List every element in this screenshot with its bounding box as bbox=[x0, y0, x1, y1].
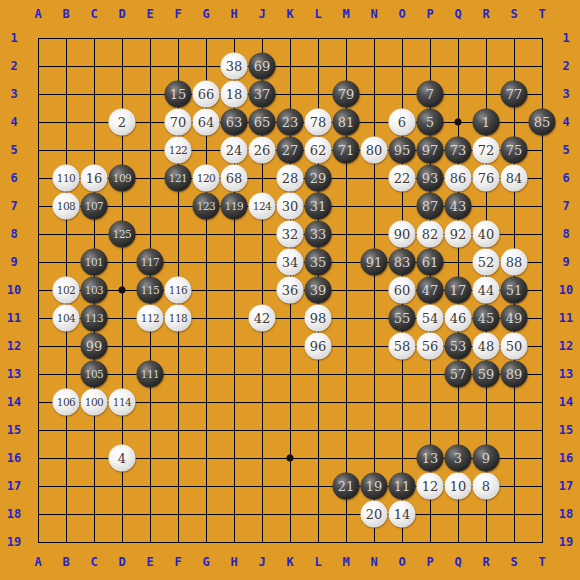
stone-black-19[interactable]: 19 bbox=[361, 473, 388, 500]
row-label-left-15: 15 bbox=[7, 424, 21, 436]
stone-white-4[interactable]: 4 bbox=[109, 445, 136, 472]
row-label-right-8: 8 bbox=[562, 228, 569, 240]
stone-number: 32 bbox=[282, 228, 299, 241]
col-label-top-t: T bbox=[538, 8, 545, 20]
stone-number: 79 bbox=[338, 88, 355, 101]
stone-black-65[interactable]: 65 bbox=[249, 109, 276, 136]
stone-white-80[interactable]: 80 bbox=[361, 137, 388, 164]
stone-number: 97 bbox=[422, 144, 439, 157]
stone-number: 26 bbox=[254, 144, 271, 157]
stone-white-92[interactable]: 92 bbox=[445, 221, 472, 248]
stone-black-91[interactable]: 91 bbox=[361, 249, 388, 276]
stone-number: 46 bbox=[450, 312, 467, 325]
stone-number: 45 bbox=[478, 312, 495, 325]
stone-black-39[interactable]: 39 bbox=[305, 277, 332, 304]
stone-number: 108 bbox=[57, 201, 76, 212]
stone-white-56[interactable]: 56 bbox=[417, 333, 444, 360]
stone-number: 39 bbox=[310, 284, 327, 297]
col-label-top-m: M bbox=[342, 8, 349, 20]
stone-number: 6 bbox=[398, 116, 406, 129]
stone-white-66[interactable]: 66 bbox=[193, 81, 220, 108]
stone-number: 105 bbox=[85, 369, 104, 380]
stone-white-78[interactable]: 78 bbox=[305, 109, 332, 136]
stone-number: 64 bbox=[198, 116, 215, 129]
stone-number: 78 bbox=[310, 116, 327, 129]
stone-white-2[interactable]: 2 bbox=[109, 109, 136, 136]
stone-number: 7 bbox=[426, 88, 434, 101]
col-label-top-b: B bbox=[62, 8, 69, 20]
stone-white-62[interactable]: 62 bbox=[305, 137, 332, 164]
stone-white-16[interactable]: 16 bbox=[81, 165, 108, 192]
stone-black-95[interactable]: 95 bbox=[389, 137, 416, 164]
stone-number: 99 bbox=[86, 340, 103, 353]
stone-number: 52 bbox=[478, 256, 495, 269]
stone-white-104[interactable]: 104 bbox=[53, 305, 80, 332]
stone-white-82[interactable]: 82 bbox=[417, 221, 444, 248]
col-label-bottom-h: H bbox=[230, 556, 237, 568]
stone-number: 2 bbox=[118, 116, 126, 129]
row-label-right-5: 5 bbox=[562, 144, 569, 156]
stone-black-43[interactable]: 43 bbox=[445, 193, 472, 220]
stone-white-36[interactable]: 36 bbox=[277, 277, 304, 304]
stone-number: 27 bbox=[282, 144, 299, 157]
stone-number: 121 bbox=[169, 173, 188, 184]
stone-white-108[interactable]: 108 bbox=[53, 193, 80, 220]
row-label-left-12: 12 bbox=[7, 340, 21, 352]
col-label-top-g: G bbox=[202, 8, 209, 20]
stone-black-23[interactable]: 23 bbox=[277, 109, 304, 136]
stone-number: 107 bbox=[85, 201, 104, 212]
stone-number: 119 bbox=[225, 201, 244, 212]
col-label-top-p: P bbox=[426, 8, 433, 20]
stone-number: 114 bbox=[113, 397, 132, 408]
stone-number: 5 bbox=[426, 116, 434, 129]
row-label-left-8: 8 bbox=[10, 228, 17, 240]
stone-white-64[interactable]: 64 bbox=[193, 109, 220, 136]
stone-number: 8 bbox=[482, 480, 490, 493]
stone-black-107[interactable]: 107 bbox=[81, 193, 108, 220]
stone-black-103[interactable]: 103 bbox=[81, 277, 108, 304]
stone-black-7[interactable]: 7 bbox=[417, 81, 444, 108]
stone-number: 92 bbox=[450, 228, 467, 241]
stone-number: 40 bbox=[478, 228, 495, 241]
stone-black-11[interactable]: 11 bbox=[389, 473, 416, 500]
stone-black-29[interactable]: 29 bbox=[305, 165, 332, 192]
stone-number: 10 bbox=[450, 480, 467, 493]
stone-number: 103 bbox=[85, 285, 104, 296]
col-label-top-e: E bbox=[146, 8, 153, 20]
stone-black-89[interactable]: 89 bbox=[501, 361, 528, 388]
stone-black-115[interactable]: 115 bbox=[137, 277, 164, 304]
row-label-right-3: 3 bbox=[562, 88, 569, 100]
stone-number: 33 bbox=[310, 228, 327, 241]
col-label-bottom-c: C bbox=[90, 556, 97, 568]
stone-white-122[interactable]: 122 bbox=[165, 137, 192, 164]
stone-number: 42 bbox=[254, 312, 271, 325]
stone-black-111[interactable]: 111 bbox=[137, 361, 164, 388]
stone-black-77[interactable]: 77 bbox=[501, 81, 528, 108]
stone-number: 51 bbox=[506, 284, 523, 297]
stone-number: 37 bbox=[254, 88, 271, 101]
stone-white-60[interactable]: 60 bbox=[389, 277, 416, 304]
col-label-bottom-g: G bbox=[202, 556, 209, 568]
stone-white-18[interactable]: 18 bbox=[221, 81, 248, 108]
stone-white-76[interactable]: 76 bbox=[473, 165, 500, 192]
stone-number: 100 bbox=[85, 397, 104, 408]
stone-black-101[interactable]: 101 bbox=[81, 249, 108, 276]
col-label-bottom-b: B bbox=[62, 556, 69, 568]
stone-white-58[interactable]: 58 bbox=[389, 333, 416, 360]
col-label-bottom-q: Q bbox=[454, 556, 461, 568]
stone-number: 93 bbox=[422, 172, 439, 185]
col-label-top-a: A bbox=[34, 8, 41, 20]
row-label-left-2: 2 bbox=[10, 60, 17, 72]
stone-black-75[interactable]: 75 bbox=[501, 137, 528, 164]
row-label-right-12: 12 bbox=[559, 340, 573, 352]
stone-number: 17 bbox=[450, 284, 467, 297]
stone-number: 60 bbox=[394, 284, 411, 297]
stone-black-87[interactable]: 87 bbox=[417, 193, 444, 220]
col-label-top-h: H bbox=[230, 8, 237, 20]
row-label-left-3: 3 bbox=[10, 88, 17, 100]
stone-number: 90 bbox=[394, 228, 411, 241]
stone-white-106[interactable]: 106 bbox=[53, 389, 80, 416]
stone-number: 116 bbox=[169, 285, 188, 296]
row-label-right-7: 7 bbox=[562, 200, 569, 212]
stone-white-116[interactable]: 116 bbox=[165, 277, 192, 304]
stone-black-13[interactable]: 13 bbox=[417, 445, 444, 472]
stone-black-81[interactable]: 81 bbox=[333, 109, 360, 136]
stone-number: 111 bbox=[141, 369, 160, 380]
row-label-right-13: 13 bbox=[559, 368, 573, 380]
stone-black-9[interactable]: 9 bbox=[473, 445, 500, 472]
col-label-top-d: D bbox=[118, 8, 125, 20]
stone-black-119[interactable]: 119 bbox=[221, 193, 248, 220]
stone-number: 12 bbox=[422, 480, 439, 493]
stone-number: 36 bbox=[282, 284, 299, 297]
stone-white-48[interactable]: 48 bbox=[473, 333, 500, 360]
stone-number: 21 bbox=[338, 480, 355, 493]
stone-black-125[interactable]: 125 bbox=[109, 221, 136, 248]
stone-white-34[interactable]: 34 bbox=[277, 249, 304, 276]
stone-number: 34 bbox=[282, 256, 299, 269]
row-label-right-11: 11 bbox=[559, 312, 573, 324]
stone-black-49[interactable]: 49 bbox=[501, 305, 528, 332]
col-label-bottom-f: F bbox=[174, 556, 181, 568]
stone-white-124[interactable]: 124 bbox=[249, 193, 276, 220]
stone-number: 112 bbox=[141, 313, 160, 324]
stone-black-85[interactable]: 85 bbox=[529, 109, 556, 136]
stone-black-73[interactable]: 73 bbox=[445, 137, 472, 164]
stone-black-109[interactable]: 109 bbox=[109, 165, 136, 192]
stone-number: 62 bbox=[310, 144, 327, 157]
stone-number: 82 bbox=[422, 228, 439, 241]
stone-number: 77 bbox=[506, 88, 523, 101]
stone-white-114[interactable]: 114 bbox=[109, 389, 136, 416]
stone-number: 75 bbox=[506, 144, 523, 157]
stone-number: 14 bbox=[394, 508, 411, 521]
stone-black-61[interactable]: 61 bbox=[417, 249, 444, 276]
stone-white-14[interactable]: 14 bbox=[389, 501, 416, 528]
stone-number: 96 bbox=[310, 340, 327, 353]
row-label-right-4: 4 bbox=[562, 116, 569, 128]
row-label-left-6: 6 bbox=[10, 172, 17, 184]
stone-white-112[interactable]: 112 bbox=[137, 305, 164, 332]
col-label-bottom-m: M bbox=[342, 556, 349, 568]
row-label-right-9: 9 bbox=[562, 256, 569, 268]
stone-black-15[interactable]: 15 bbox=[165, 81, 192, 108]
stone-number: 35 bbox=[310, 256, 327, 269]
stone-number: 29 bbox=[310, 172, 327, 185]
col-label-bottom-n: N bbox=[370, 556, 377, 568]
stone-number: 68 bbox=[226, 172, 243, 185]
star-point-k16 bbox=[287, 455, 294, 462]
stone-number: 91 bbox=[366, 256, 383, 269]
stone-number: 11 bbox=[394, 480, 411, 493]
stone-white-72[interactable]: 72 bbox=[473, 137, 500, 164]
stone-black-93[interactable]: 93 bbox=[417, 165, 444, 192]
col-label-top-f: F bbox=[174, 8, 181, 20]
stone-white-26[interactable]: 26 bbox=[249, 137, 276, 164]
stone-number: 118 bbox=[169, 313, 188, 324]
col-label-top-c: C bbox=[90, 8, 97, 20]
stone-number: 124 bbox=[253, 201, 272, 212]
stone-white-100[interactable]: 100 bbox=[81, 389, 108, 416]
stone-black-59[interactable]: 59 bbox=[473, 361, 500, 388]
row-label-left-5: 5 bbox=[10, 144, 17, 156]
stone-white-70[interactable]: 70 bbox=[165, 109, 192, 136]
stone-white-54[interactable]: 54 bbox=[417, 305, 444, 332]
stone-black-47[interactable]: 47 bbox=[417, 277, 444, 304]
stone-number: 115 bbox=[141, 285, 160, 296]
col-label-bottom-t: T bbox=[538, 556, 545, 568]
stone-black-53[interactable]: 53 bbox=[445, 333, 472, 360]
stone-white-8[interactable]: 8 bbox=[473, 473, 500, 500]
stone-number: 83 bbox=[394, 256, 411, 269]
stone-number: 53 bbox=[450, 340, 467, 353]
stone-white-20[interactable]: 20 bbox=[361, 501, 388, 528]
stone-black-37[interactable]: 37 bbox=[249, 81, 276, 108]
row-label-left-14: 14 bbox=[7, 396, 21, 408]
stone-number: 31 bbox=[310, 200, 327, 213]
stone-number: 117 bbox=[141, 257, 160, 268]
stone-number: 38 bbox=[226, 60, 243, 73]
stone-number: 102 bbox=[57, 285, 76, 296]
stone-number: 89 bbox=[506, 368, 523, 381]
stone-number: 58 bbox=[394, 340, 411, 353]
stone-white-28[interactable]: 28 bbox=[277, 165, 304, 192]
stone-number: 19 bbox=[366, 480, 383, 493]
col-label-bottom-e: E bbox=[146, 556, 153, 568]
col-label-top-q: Q bbox=[454, 8, 461, 20]
stone-number: 85 bbox=[534, 116, 551, 129]
col-label-top-n: N bbox=[370, 8, 377, 20]
stone-black-1[interactable]: 1 bbox=[473, 109, 500, 136]
stone-black-57[interactable]: 57 bbox=[445, 361, 472, 388]
stone-number: 87 bbox=[422, 200, 439, 213]
stone-number: 4 bbox=[118, 452, 126, 465]
stone-black-31[interactable]: 31 bbox=[305, 193, 332, 220]
stone-white-118[interactable]: 118 bbox=[165, 305, 192, 332]
stone-white-98[interactable]: 98 bbox=[305, 305, 332, 332]
stone-black-35[interactable]: 35 bbox=[305, 249, 332, 276]
stone-number: 70 bbox=[170, 116, 187, 129]
stone-black-105[interactable]: 105 bbox=[81, 361, 108, 388]
stone-number: 56 bbox=[422, 340, 439, 353]
stone-white-42[interactable]: 42 bbox=[249, 305, 276, 332]
col-label-bottom-j: J bbox=[258, 556, 265, 568]
stone-number: 28 bbox=[282, 172, 299, 185]
col-label-bottom-d: D bbox=[118, 556, 125, 568]
row-label-left-18: 18 bbox=[7, 508, 21, 520]
stone-white-12[interactable]: 12 bbox=[417, 473, 444, 500]
stone-number: 120 bbox=[197, 173, 216, 184]
star-point-q4 bbox=[455, 119, 462, 126]
stone-number: 81 bbox=[338, 116, 355, 129]
stone-number: 18 bbox=[226, 88, 243, 101]
stone-black-21[interactable]: 21 bbox=[333, 473, 360, 500]
stone-white-86[interactable]: 86 bbox=[445, 165, 472, 192]
stone-number: 13 bbox=[422, 452, 439, 465]
col-label-top-s: S bbox=[510, 8, 517, 20]
stone-white-90[interactable]: 90 bbox=[389, 221, 416, 248]
stone-black-45[interactable]: 45 bbox=[473, 305, 500, 332]
row-label-right-16: 16 bbox=[559, 452, 573, 464]
row-label-left-17: 17 bbox=[7, 480, 21, 492]
row-label-right-2: 2 bbox=[562, 60, 569, 72]
stone-white-50[interactable]: 50 bbox=[501, 333, 528, 360]
stone-black-123[interactable]: 123 bbox=[193, 193, 220, 220]
stone-black-33[interactable]: 33 bbox=[305, 221, 332, 248]
stone-white-102[interactable]: 102 bbox=[53, 277, 80, 304]
stone-white-38[interactable]: 38 bbox=[221, 53, 248, 80]
row-label-left-1: 1 bbox=[10, 32, 17, 44]
stone-number: 84 bbox=[506, 172, 523, 185]
row-label-left-7: 7 bbox=[10, 200, 17, 212]
stone-black-5[interactable]: 5 bbox=[417, 109, 444, 136]
stone-number: 69 bbox=[254, 60, 271, 73]
stone-number: 106 bbox=[57, 397, 76, 408]
stone-white-84[interactable]: 84 bbox=[501, 165, 528, 192]
stone-number: 54 bbox=[422, 312, 439, 325]
col-label-bottom-k: K bbox=[286, 556, 293, 568]
stone-black-55[interactable]: 55 bbox=[389, 305, 416, 332]
stone-number: 125 bbox=[113, 229, 132, 240]
stone-number: 98 bbox=[310, 312, 327, 325]
stone-black-99[interactable]: 99 bbox=[81, 333, 108, 360]
stone-black-121[interactable]: 121 bbox=[165, 165, 192, 192]
stone-number: 9 bbox=[482, 452, 490, 465]
row-label-left-9: 9 bbox=[10, 256, 17, 268]
stone-white-52[interactable]: 52 bbox=[473, 249, 500, 276]
stone-number: 123 bbox=[197, 201, 216, 212]
stone-white-110[interactable]: 110 bbox=[53, 165, 80, 192]
stone-number: 71 bbox=[338, 144, 355, 157]
stone-black-3[interactable]: 3 bbox=[445, 445, 472, 472]
stone-white-32[interactable]: 32 bbox=[277, 221, 304, 248]
col-label-top-j: J bbox=[258, 8, 265, 20]
stone-number: 72 bbox=[478, 144, 495, 157]
stone-number: 104 bbox=[57, 313, 76, 324]
col-label-top-k: K bbox=[286, 8, 293, 20]
stone-black-113[interactable]: 113 bbox=[81, 305, 108, 332]
stone-white-120[interactable]: 120 bbox=[193, 165, 220, 192]
stone-number: 122 bbox=[169, 145, 188, 156]
stone-number: 3 bbox=[454, 452, 462, 465]
row-label-left-10: 10 bbox=[7, 284, 21, 296]
go-board: AABBCCDDEEFFGGHHJJKKLLMMNNOOPPQQRRSSTT11… bbox=[0, 0, 580, 580]
stone-black-63[interactable]: 63 bbox=[221, 109, 248, 136]
stone-number: 113 bbox=[85, 313, 104, 324]
stone-white-96[interactable]: 96 bbox=[305, 333, 332, 360]
stone-number: 86 bbox=[450, 172, 467, 185]
star-point-d10 bbox=[119, 287, 126, 294]
stone-number: 50 bbox=[506, 340, 523, 353]
stone-number: 43 bbox=[450, 200, 467, 213]
row-label-left-19: 19 bbox=[7, 536, 21, 548]
stone-black-71[interactable]: 71 bbox=[333, 137, 360, 164]
stone-number: 73 bbox=[450, 144, 467, 157]
col-label-top-l: L bbox=[314, 8, 321, 20]
stone-white-24[interactable]: 24 bbox=[221, 137, 248, 164]
col-label-top-o: O bbox=[398, 8, 405, 20]
stone-number: 109 bbox=[113, 173, 132, 184]
stone-white-46[interactable]: 46 bbox=[445, 305, 472, 332]
col-label-bottom-r: R bbox=[482, 556, 489, 568]
stone-black-69[interactable]: 69 bbox=[249, 53, 276, 80]
stone-white-40[interactable]: 40 bbox=[473, 221, 500, 248]
stone-white-22[interactable]: 22 bbox=[389, 165, 416, 192]
stone-number: 76 bbox=[478, 172, 495, 185]
row-label-right-15: 15 bbox=[559, 424, 573, 436]
stone-black-83[interactable]: 83 bbox=[389, 249, 416, 276]
stone-number: 57 bbox=[450, 368, 467, 381]
stone-black-27[interactable]: 27 bbox=[277, 137, 304, 164]
stone-black-97[interactable]: 97 bbox=[417, 137, 444, 164]
stone-white-68[interactable]: 68 bbox=[221, 165, 248, 192]
stone-white-88[interactable]: 88 bbox=[501, 249, 528, 276]
row-label-left-11: 11 bbox=[7, 312, 21, 324]
stone-black-17[interactable]: 17 bbox=[445, 277, 472, 304]
stone-number: 63 bbox=[226, 116, 243, 129]
col-label-bottom-s: S bbox=[510, 556, 517, 568]
stone-number: 48 bbox=[478, 340, 495, 353]
row-label-left-13: 13 bbox=[7, 368, 21, 380]
row-label-right-18: 18 bbox=[559, 508, 573, 520]
stone-number: 30 bbox=[282, 200, 299, 213]
stone-number: 88 bbox=[506, 256, 523, 269]
stone-number: 20 bbox=[366, 508, 383, 521]
stone-white-30[interactable]: 30 bbox=[277, 193, 304, 220]
stone-white-6[interactable]: 6 bbox=[389, 109, 416, 136]
stone-white-10[interactable]: 10 bbox=[445, 473, 472, 500]
stone-number: 47 bbox=[422, 284, 439, 297]
stone-number: 101 bbox=[85, 257, 104, 268]
row-label-right-19: 19 bbox=[559, 536, 573, 548]
stone-white-44[interactable]: 44 bbox=[473, 277, 500, 304]
stone-number: 80 bbox=[366, 144, 383, 157]
stone-black-79[interactable]: 79 bbox=[333, 81, 360, 108]
stone-number: 24 bbox=[226, 144, 243, 157]
row-label-right-10: 10 bbox=[559, 284, 573, 296]
stone-black-117[interactable]: 117 bbox=[137, 249, 164, 276]
stone-number: 16 bbox=[86, 172, 103, 185]
row-label-right-6: 6 bbox=[562, 172, 569, 184]
row-label-left-4: 4 bbox=[10, 116, 17, 128]
stone-black-51[interactable]: 51 bbox=[501, 277, 528, 304]
col-label-top-r: R bbox=[482, 8, 489, 20]
stone-number: 1 bbox=[482, 116, 490, 129]
